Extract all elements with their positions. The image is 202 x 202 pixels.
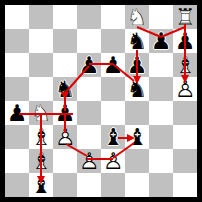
piece-black-pawn-g7[interactable]: ♟	[149, 29, 173, 53]
piece-black-knight-c5[interactable]: ♞	[53, 77, 77, 101]
square-g4[interactable]	[149, 101, 173, 125]
square-h2[interactable]	[173, 149, 197, 173]
square-g5[interactable]	[149, 77, 173, 101]
square-b8[interactable]	[29, 5, 53, 29]
square-g6[interactable]	[149, 53, 173, 77]
square-e7[interactable]	[101, 29, 125, 53]
square-b6[interactable]	[29, 53, 53, 77]
piece-white-bishop-b2[interactable]: ♝♗	[29, 149, 53, 173]
square-c7[interactable]	[53, 29, 77, 53]
piece-black-knight-f5[interactable]: ♞	[125, 77, 149, 101]
square-c1[interactable]	[53, 173, 77, 197]
square-g1[interactable]	[149, 173, 173, 197]
piece-white-bishop-h6[interactable]: ♝♗	[173, 53, 197, 77]
square-g8[interactable]	[149, 5, 173, 29]
square-e8[interactable]	[101, 5, 125, 29]
square-a3[interactable]	[5, 125, 29, 149]
square-b5[interactable]	[29, 77, 53, 101]
square-e1[interactable]	[101, 173, 125, 197]
square-g3[interactable]	[149, 125, 173, 149]
piece-white-bishop-b3[interactable]: ♝♗	[29, 125, 53, 149]
piece-black-pawn-c4[interactable]: ♟	[53, 101, 77, 125]
square-e5[interactable]	[101, 77, 125, 101]
piece-black-pawn-a4[interactable]: ♟	[5, 101, 29, 125]
piece-black-pawn-h7[interactable]: ♟	[173, 29, 197, 53]
piece-white-rook-h8[interactable]: ♜♖	[173, 5, 197, 29]
square-a5[interactable]	[5, 77, 29, 101]
square-g2[interactable]	[149, 149, 173, 173]
piece-black-bishop-f3[interactable]: ♝	[125, 125, 149, 149]
piece-black-pawn-e6[interactable]: ♟	[101, 53, 125, 77]
piece-black-pawn-d6[interactable]: ♟	[77, 53, 101, 77]
piece-white-knight-b4[interactable]: ♞♘	[29, 101, 53, 125]
piece-white-pawn-e2[interactable]: ♟♙	[101, 149, 125, 173]
square-d4[interactable]	[77, 101, 101, 125]
piece-black-bishop-b1[interactable]: ♝	[29, 173, 53, 197]
square-d1[interactable]	[77, 173, 101, 197]
piece-white-pawn-c3[interactable]: ♟♙	[53, 125, 77, 149]
piece-white-pawn-d2[interactable]: ♟♙	[77, 149, 101, 173]
square-d3[interactable]	[77, 125, 101, 149]
piece-black-bishop-e3[interactable]: ♝	[101, 125, 125, 149]
piece-black-knight-f7[interactable]: ♞	[125, 29, 149, 53]
square-a7[interactable]	[5, 29, 29, 53]
square-d5[interactable]	[77, 77, 101, 101]
piece-white-knight-f8[interactable]: ♞♘	[125, 5, 149, 29]
square-b7[interactable]	[29, 29, 53, 53]
square-a1[interactable]	[5, 173, 29, 197]
square-d8[interactable]	[77, 5, 101, 29]
square-a2[interactable]	[5, 149, 29, 173]
square-c6[interactable]	[53, 53, 77, 77]
square-h1[interactable]	[173, 173, 197, 197]
piece-black-pawn-f6[interactable]: ♟	[125, 53, 149, 77]
square-c2[interactable]	[53, 149, 77, 173]
square-f4[interactable]	[125, 101, 149, 125]
chess-board-frame: ♞♘♜♖♞♟♟♟♟♟♝♗♞♞♟♙♟♞♘♟♝♗♟♙♝♝♝♗♟♙♟♙♝	[0, 0, 202, 202]
square-d7[interactable]	[77, 29, 101, 53]
square-f2[interactable]	[125, 149, 149, 173]
square-f1[interactable]	[125, 173, 149, 197]
square-c8[interactable]	[53, 5, 77, 29]
piece-white-pawn-h5[interactable]: ♟♙	[173, 77, 197, 101]
square-e4[interactable]	[101, 101, 125, 125]
square-h4[interactable]	[173, 101, 197, 125]
square-a6[interactable]	[5, 53, 29, 77]
square-h3[interactable]	[173, 125, 197, 149]
square-a8[interactable]	[5, 5, 29, 29]
